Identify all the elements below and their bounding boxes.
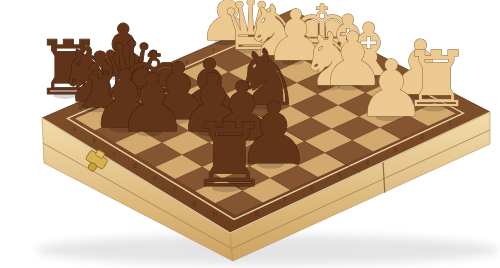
rank-label-8-right: 8 — [254, 209, 259, 218]
rank-label-6-right: 6 — [310, 184, 315, 193]
piece-black-rook-g7: ♜ — [190, 104, 269, 207]
piece-white-pawn-g2: ♟ — [356, 43, 426, 134]
rank-label-5-right: 5 — [337, 171, 342, 180]
file-label-h-front: h — [212, 210, 217, 219]
rank-label-7-right: 7 — [282, 196, 287, 205]
file-label-a-front: a — [73, 125, 77, 133]
rank-label-3-right: 3 — [393, 146, 397, 154]
chess-set-product-photo: aabbccddeeffgghh8877665544332211♟♛♞♚♟♝♝♟… — [0, 0, 500, 268]
piece-black-pawn-c7: ♟ — [116, 56, 188, 150]
file-label-f-front: f — [173, 185, 176, 194]
file-label-e-front: e — [152, 173, 157, 182]
file-label-d-front: d — [132, 162, 136, 170]
rank-label-2-right: 2 — [420, 133, 424, 141]
board-scene: aabbccddeeffgghh8877665544332211♟♛♞♚♟♝♝♟… — [0, 0, 500, 268]
rank-label-4-right: 4 — [365, 159, 370, 167]
file-label-c-front: c — [113, 150, 117, 158]
